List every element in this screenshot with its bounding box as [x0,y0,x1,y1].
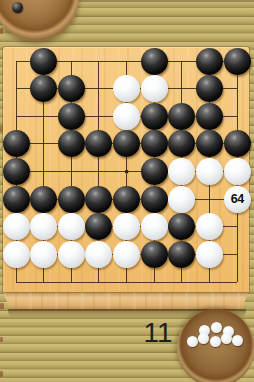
intersection-c8-r3[interactable] [196,103,224,131]
wallpaper-mark [0,28,3,34]
intersection-c1-r2[interactable] [2,75,30,103]
intersection-c4-r2[interactable] [85,75,113,103]
intersection-c1-r6[interactable] [2,185,30,213]
white-stone [30,213,57,240]
intersection-c6-r3[interactable] [140,103,168,131]
black-stone-in-bowl [12,2,23,13]
wallpaper-mark [0,371,3,377]
intersection-c4-r3[interactable] [85,103,113,131]
intersection-c9-r9[interactable] [223,268,251,296]
intersection-c9-r8[interactable] [223,241,251,269]
intersection-c3-r4[interactable] [58,130,86,158]
intersection-c1-r7[interactable] [2,213,30,241]
intersection-c5-r4[interactable] [113,130,141,158]
intersection-c9-r3[interactable] [223,103,251,131]
intersection-c8-r7[interactable] [196,213,224,241]
intersection-c7-r8[interactable] [168,241,196,269]
black-stone [141,130,168,157]
intersection-c6-r7[interactable] [140,213,168,241]
white-stone-in-bowl [187,336,198,347]
black-stone [168,213,195,240]
black-stone [141,103,168,130]
intersection-c2-r8[interactable] [30,241,58,269]
intersection-c5-r3[interactable] [113,103,141,131]
intersection-c2-r9[interactable] [30,268,58,296]
white-stone [196,213,223,240]
intersection-c8-r8[interactable] [196,241,224,269]
white-stone [113,75,140,102]
black-stone [196,75,223,102]
intersection-c6-r1[interactable] [140,47,168,75]
black-stone [141,241,168,268]
intersection-c7-r2[interactable] [168,75,196,103]
intersection-c8-r2[interactable] [196,75,224,103]
intersection-c8-r1[interactable] [196,47,224,75]
intersection-c4-r9[interactable] [85,268,113,296]
intersection-c4-r1[interactable] [85,47,113,75]
white-stone [113,213,140,240]
black-stone [85,130,112,157]
black-stone [85,213,112,240]
intersection-c9-r5[interactable] [223,158,251,186]
intersection-c1-r4[interactable] [2,130,30,158]
intersection-c3-r6[interactable] [58,185,86,213]
intersection-c8-r9[interactable] [196,268,224,296]
black-stone [113,186,140,213]
black-stone [3,186,30,213]
intersection-c8-r5[interactable] [196,158,224,186]
white-stone [58,241,85,268]
black-stone [141,48,168,75]
intersection-c9-r7[interactable] [223,213,251,241]
intersection-c7-r4[interactable] [168,130,196,158]
black-stone [168,241,195,268]
go-app-screen: 64 11 [0,0,254,382]
white-stone [3,241,30,268]
intersection-c6-r8[interactable] [140,241,168,269]
white-stone [168,158,195,185]
white-stone [196,158,223,185]
black-stone [30,75,57,102]
intersection-c9-r2[interactable] [223,75,251,103]
black-stone [196,48,223,75]
capture-count: 11 [136,318,180,348]
intersection-c3-r8[interactable] [58,241,86,269]
intersection-c7-r9[interactable] [168,268,196,296]
black-stone [113,130,140,157]
white-stone [58,213,85,240]
intersection-c3-r9[interactable] [58,268,86,296]
intersection-c1-r5[interactable] [2,158,30,186]
white-stone-bowl [177,309,254,382]
intersection-c6-r6[interactable] [140,185,168,213]
white-stone [113,241,140,268]
intersection-c3-r5[interactable] [58,158,86,186]
white-stone-in-bowl [221,333,232,344]
black-stone [196,103,223,130]
intersection-c8-r6[interactable] [196,185,224,213]
black-stone [58,186,85,213]
black-stone [196,130,223,157]
white-stone [3,213,30,240]
intersection-c5-r6[interactable] [113,185,141,213]
white-stone-in-bowl [211,322,222,333]
white-stone [141,213,168,240]
intersection-c4-r8[interactable] [85,241,113,269]
intersection-c3-r2[interactable] [58,75,86,103]
white-stone [113,103,140,130]
white-stone-in-bowl [210,336,221,347]
wallpaper-mark [0,337,3,342]
intersection-c7-r7[interactable] [168,213,196,241]
black-stone [3,130,30,157]
white-stone-in-bowl [232,335,243,346]
intersection-c2-r4[interactable] [30,130,58,158]
intersection-c5-r7[interactable] [113,213,141,241]
intersection-c6-r4[interactable] [140,130,168,158]
white-stone [85,241,112,268]
white-stone [224,158,251,185]
intersection-c6-r2[interactable] [140,75,168,103]
black-stone [224,48,251,75]
intersection-c2-r5[interactable] [30,158,58,186]
intersection-c7-r5[interactable] [168,158,196,186]
intersection-c4-r5[interactable] [85,158,113,186]
black-stone [58,75,85,102]
intersection-c1-r1[interactable] [2,47,30,75]
wallpaper-mark [0,303,4,309]
intersection-c1-r8[interactable] [2,241,30,269]
intersection-c8-r4[interactable] [196,130,224,158]
black-stone [168,103,195,130]
intersection-c9-r4[interactable] [223,130,251,158]
black-stone [141,186,168,213]
white-stone [168,186,195,213]
black-stone-bowl [0,0,79,41]
white-stone [196,241,223,268]
black-stone [224,130,251,157]
intersection-c4-r6[interactable] [85,185,113,213]
white-stone [141,75,168,102]
intersection-c5-r8[interactable] [113,241,141,269]
intersection-c2-r7[interactable] [30,213,58,241]
intersection-c2-r3[interactable] [30,103,58,131]
intersection-c5-r1[interactable] [113,47,141,75]
intersection-c5-r9[interactable] [113,268,141,296]
black-stone [85,186,112,213]
black-stone [58,103,85,130]
intersection-c5-r5[interactable] [113,158,141,186]
intersection-c4-r7[interactable] [85,213,113,241]
intersection-c1-r3[interactable] [2,103,30,131]
white-stone [30,241,57,268]
intersection-c2-r1[interactable] [30,47,58,75]
black-stone [58,130,85,157]
black-stone [30,48,57,75]
intersection-c2-r6[interactable] [30,185,58,213]
intersection-c3-r7[interactable] [58,213,86,241]
intersection-c4-r4[interactable] [85,130,113,158]
black-stone [168,130,195,157]
black-stone [30,186,57,213]
go-board-grid: 64 [2,47,251,296]
black-stone [3,158,30,185]
intersection-c7-r1[interactable] [168,47,196,75]
last-move-stone: 64 [224,186,251,213]
intersection-c5-r2[interactable] [113,75,141,103]
black-stone [141,158,168,185]
intersection-c7-r3[interactable] [168,103,196,131]
intersection-c2-r2[interactable] [30,75,58,103]
intersection-c3-r3[interactable] [58,103,86,131]
intersection-c6-r5[interactable] [140,158,168,186]
intersection-c9-r1[interactable] [223,47,251,75]
intersection-c9-r6[interactable]: 64 [223,185,251,213]
intersection-c1-r9[interactable] [2,268,30,296]
white-stone-in-bowl [198,333,209,344]
intersection-c7-r6[interactable] [168,185,196,213]
intersection-c3-r1[interactable] [58,47,86,75]
intersection-c6-r9[interactable] [140,268,168,296]
